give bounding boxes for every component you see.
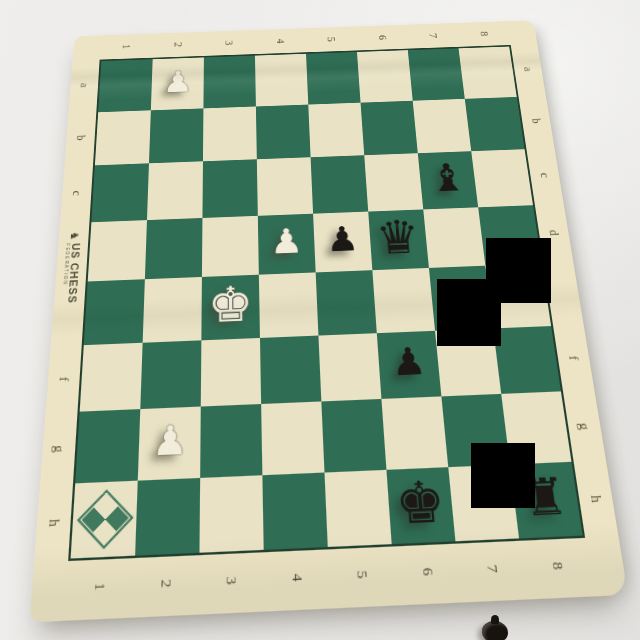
piece-black-bishop: ♝ xyxy=(427,158,469,197)
rank-labels-bottom-2: 2 xyxy=(144,548,187,621)
censor-box-2 xyxy=(437,279,501,346)
square-e5 xyxy=(316,270,377,335)
square-c5 xyxy=(311,155,369,213)
square-d5: ♟ xyxy=(313,211,372,272)
square-c8 xyxy=(471,149,533,207)
square-b8 xyxy=(465,97,525,152)
square-h1 xyxy=(71,480,138,558)
square-b5 xyxy=(308,102,364,157)
rank-labels-bottom-1: 1 xyxy=(77,551,122,624)
square-f8 xyxy=(493,326,561,394)
square-e3: ♚ xyxy=(201,275,260,340)
censor-box-3 xyxy=(471,443,535,508)
square-e6 xyxy=(372,268,435,333)
square-h5 xyxy=(324,469,391,547)
square-a2: ♟ xyxy=(151,57,204,109)
square-d4: ♟ xyxy=(258,213,316,274)
square-d3 xyxy=(202,215,259,277)
rank-labels-bottom-5: 5 xyxy=(340,539,385,611)
square-b4 xyxy=(256,104,311,159)
square-a5 xyxy=(306,52,360,104)
square-g2: ♟ xyxy=(138,407,201,481)
piece-white-pawn: ♟ xyxy=(162,67,193,97)
square-e4 xyxy=(259,272,319,337)
square-g3 xyxy=(200,404,262,477)
chess-mat: 12345678 12345678 abcfgh abcdfgh ♞ US CH… xyxy=(30,20,629,622)
square-a4 xyxy=(255,54,308,106)
square-g4 xyxy=(261,401,324,474)
square-f1 xyxy=(80,342,143,411)
square-g1 xyxy=(75,409,140,483)
rank-labels-bottom-3: 3 xyxy=(210,545,252,618)
knight-icon: ♞ xyxy=(68,231,81,240)
square-g5 xyxy=(321,399,386,472)
piece-black-pawn: ♟ xyxy=(325,222,359,257)
square-d1 xyxy=(88,220,147,282)
square-c3 xyxy=(202,159,257,217)
piece-white-king: ♚ xyxy=(208,280,254,330)
square-h4 xyxy=(262,472,327,550)
square-a7 xyxy=(408,48,465,100)
rank-labels-bottom-7: 7 xyxy=(468,533,516,605)
square-d7 xyxy=(423,207,485,268)
square-f3 xyxy=(201,337,261,406)
square-c4 xyxy=(257,157,313,215)
square-e2 xyxy=(143,277,202,342)
square-c7: ♝ xyxy=(418,151,478,209)
square-f2 xyxy=(140,340,201,409)
square-e1 xyxy=(84,279,145,344)
square-a6 xyxy=(357,50,413,102)
square-g6 xyxy=(381,396,448,469)
square-a3 xyxy=(203,56,255,108)
square-f6: ♟ xyxy=(377,330,442,399)
square-b3 xyxy=(203,106,257,161)
square-b7 xyxy=(413,98,472,153)
rank-labels-bottom-4: 4 xyxy=(275,542,318,615)
square-c6 xyxy=(364,153,423,211)
square-h3 xyxy=(199,475,263,553)
piece-white-pawn: ♟ xyxy=(151,420,188,462)
us-chess-corner-logo xyxy=(81,494,128,544)
photo-scene: 12345678 12345678 abcfgh abcdfgh ♞ US CH… xyxy=(0,0,640,640)
square-h6: ♚ xyxy=(386,467,455,545)
square-d6: ♛ xyxy=(368,209,429,270)
rank-labels-bottom-6: 6 xyxy=(404,536,451,608)
square-a8 xyxy=(459,47,517,99)
piece-black-queen: ♛ xyxy=(374,214,422,261)
square-f4 xyxy=(260,335,321,404)
square-c1 xyxy=(91,163,149,221)
piece-black-pawn: ♟ xyxy=(390,343,428,382)
square-f5 xyxy=(318,333,381,402)
square-b2 xyxy=(149,108,203,163)
square-c2 xyxy=(147,161,203,219)
square-b1 xyxy=(95,110,151,165)
square-d2 xyxy=(145,218,203,280)
square-b6 xyxy=(361,100,418,155)
piece-black-king: ♚ xyxy=(393,473,447,533)
piece-white-pawn: ♟ xyxy=(270,224,304,259)
off-board-piece-fragment xyxy=(482,621,508,640)
rank-labels-bottom-8: 8 xyxy=(532,530,582,602)
square-h2 xyxy=(135,477,200,555)
square-a1 xyxy=(98,59,152,112)
